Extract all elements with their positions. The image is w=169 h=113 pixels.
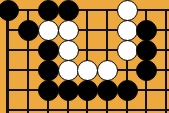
black-stone [117,80,138,101]
page [0,0,169,113]
black-stone [77,80,98,101]
white-stone [117,20,138,41]
black-stone [38,60,59,81]
black-stone [136,60,157,81]
black-stone [18,20,39,41]
go-board[interactable] [0,0,169,113]
white-stone [97,60,118,81]
white-stone [58,20,79,41]
black-stone [58,0,79,21]
board-edge-left [6,9,9,113]
black-stone [97,80,118,101]
white-stone [38,20,59,41]
black-stone [0,0,19,21]
black-stone [38,0,59,21]
white-stone [58,60,79,81]
black-stone [136,20,157,41]
black-stone [136,40,157,61]
grid-line-v [165,9,167,113]
white-stone [58,40,79,61]
white-stone [77,60,98,81]
black-stone [38,40,59,61]
black-stone [38,80,59,101]
white-stone [117,40,138,61]
white-stone [117,0,138,21]
black-stone [58,80,79,101]
